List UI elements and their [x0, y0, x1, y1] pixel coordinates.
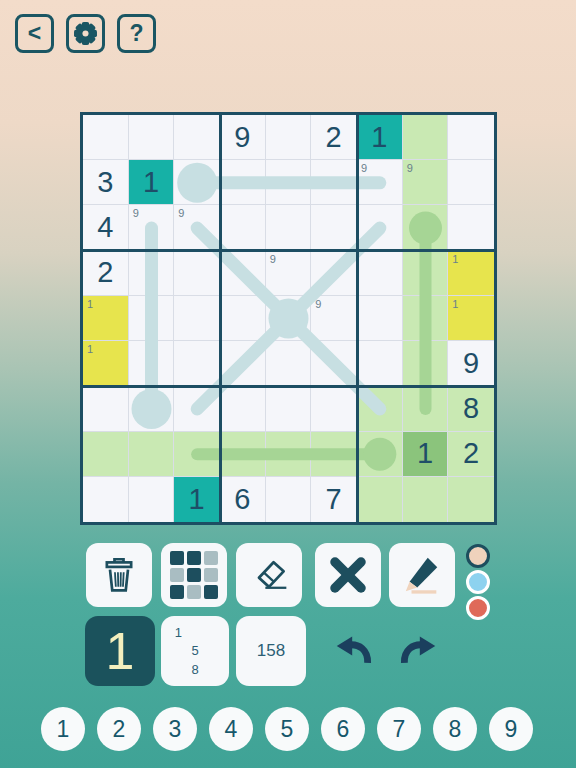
candidate-digit: [203, 623, 220, 642]
candidate-digit: [203, 660, 220, 679]
cell-r2c6[interactable]: [311, 160, 357, 205]
help-icon: ?: [129, 20, 143, 47]
cell-r9c1[interactable]: [83, 477, 129, 522]
cell-r4c9[interactable]: 1: [448, 251, 494, 296]
board-cells: 921319949929119119812167: [83, 115, 494, 522]
cell-r1c7[interactable]: 1: [357, 115, 403, 160]
cell-r6c9[interactable]: 9: [448, 341, 494, 386]
numpad-8[interactable]: 8: [433, 707, 477, 751]
cell-r1c6[interactable]: 2: [311, 115, 357, 160]
redo-arrow-icon: [398, 634, 438, 668]
combo-button[interactable]: 158: [236, 616, 306, 686]
cell-r4c2[interactable]: [129, 251, 175, 296]
cell-r8c9[interactable]: 2: [448, 432, 494, 477]
sudoku-board[interactable]: 921319949929119119812167: [80, 112, 497, 525]
given-digit: 9: [234, 121, 250, 154]
pencil-mark: 1: [87, 298, 93, 310]
pencil-mark: 1: [452, 298, 458, 310]
cell-r3c2[interactable]: 9: [129, 205, 175, 250]
cell-r2c7[interactable]: 9: [357, 160, 403, 205]
cell-r9c9[interactable]: [448, 477, 494, 522]
cell-r9c3[interactable]: 1: [174, 477, 220, 522]
cell-r2c9[interactable]: [448, 160, 494, 205]
cell-r8c8[interactable]: 1: [403, 432, 449, 477]
cell-r1c4[interactable]: 9: [220, 115, 266, 160]
candidates-grid: 158: [161, 616, 229, 686]
cell-r6c6[interactable]: [311, 341, 357, 386]
cell-r2c2[interactable]: 1: [129, 160, 175, 205]
cell-r2c3[interactable]: [174, 160, 220, 205]
cell-r7c1[interactable]: [83, 386, 129, 431]
cell-r6c5[interactable]: [266, 341, 312, 386]
cell-r3c8[interactable]: [403, 205, 449, 250]
cell-r6c4[interactable]: [220, 341, 266, 386]
cell-r8c6[interactable]: [311, 432, 357, 477]
cell-r9c2[interactable]: [129, 477, 175, 522]
candidate-digit: [203, 642, 220, 661]
gear-icon: [72, 20, 99, 47]
pen-icon: [401, 554, 443, 596]
cell-r1c8[interactable]: [403, 115, 449, 160]
given-digit: 3: [97, 166, 113, 199]
pencil-mark: 9: [407, 162, 413, 174]
pencil-mark: 9: [133, 207, 139, 219]
cell-r7c8[interactable]: [403, 386, 449, 431]
cell-r3c6[interactable]: [311, 205, 357, 250]
numpad-5[interactable]: 5: [265, 707, 309, 751]
cell-r8c4[interactable]: [220, 432, 266, 477]
blue-dot[interactable]: [466, 570, 490, 594]
cell-r5c5[interactable]: [266, 296, 312, 341]
eraser-button[interactable]: [236, 543, 302, 607]
cell-r1c5[interactable]: [266, 115, 312, 160]
coral-dot[interactable]: [466, 596, 490, 620]
numpad-9[interactable]: 9: [489, 707, 533, 751]
numpad-1[interactable]: 1: [41, 707, 85, 751]
cell-r5c2[interactable]: [129, 296, 175, 341]
cell-r5c6[interactable]: 9: [311, 296, 357, 341]
cell-r5c8[interactable]: [403, 296, 449, 341]
cell-r6c7[interactable]: [357, 341, 403, 386]
cell-r1c2[interactable]: [129, 115, 175, 160]
given-digit: 4: [97, 211, 113, 244]
grid-icon-square: [170, 568, 184, 582]
given-digit: 9: [463, 347, 479, 380]
given-digit: 1: [143, 166, 159, 199]
cell-r7c9[interactable]: 8: [448, 386, 494, 431]
grid-icon-square: [204, 585, 218, 599]
given-digit: 1: [417, 437, 433, 470]
given-digit: 8: [463, 392, 479, 425]
cell-r4c1[interactable]: 2: [83, 251, 129, 296]
undo-button[interactable]: [334, 634, 374, 668]
pen-button[interactable]: [389, 543, 455, 607]
cell-r3c1[interactable]: 4: [83, 205, 129, 250]
undo-arrow-icon: [334, 634, 374, 668]
cell-r6c8[interactable]: [403, 341, 449, 386]
cell-r5c3[interactable]: [174, 296, 220, 341]
grid-icon: [170, 551, 218, 599]
grid-icon-square: [187, 585, 201, 599]
cross-button[interactable]: [315, 543, 381, 607]
cell-r4c6[interactable]: [311, 251, 357, 296]
cell-r7c7[interactable]: [357, 386, 403, 431]
cell-r5c9[interactable]: 1: [448, 296, 494, 341]
cell-r9c4[interactable]: 6: [220, 477, 266, 522]
grid-icon-square: [204, 551, 218, 565]
cell-r8c7[interactable]: [357, 432, 403, 477]
delete-button[interactable]: [86, 543, 152, 607]
pencil-mark: 9: [270, 253, 276, 265]
cell-r8c1[interactable]: [83, 432, 129, 477]
pencil-mark: 1: [87, 343, 93, 355]
pencil-mark: 9: [361, 162, 367, 174]
numpad-4[interactable]: 4: [209, 707, 253, 751]
cell-r5c1[interactable]: 1: [83, 296, 129, 341]
cell-r7c6[interactable]: [311, 386, 357, 431]
numpad-6[interactable]: 6: [321, 707, 365, 751]
cell-r4c3[interactable]: [174, 251, 220, 296]
cell-r7c2[interactable]: [129, 386, 175, 431]
given-digit: 1: [189, 483, 205, 516]
pencil-mark: 9: [178, 207, 184, 219]
back-icon: <: [28, 20, 41, 47]
cell-r9c8[interactable]: [403, 477, 449, 522]
cell-r2c1[interactable]: 3: [83, 160, 129, 205]
cell-r3c9[interactable]: [448, 205, 494, 250]
cell-r3c3[interactable]: 9: [174, 205, 220, 250]
cell-r3c5[interactable]: [266, 205, 312, 250]
cell-r3c7[interactable]: [357, 205, 403, 250]
pencil-mark: 9: [315, 298, 321, 310]
cell-r1c9[interactable]: [448, 115, 494, 160]
cell-r9c6[interactable]: 7: [311, 477, 357, 522]
candidate-digit: 8: [187, 660, 204, 679]
cell-r1c1[interactable]: [83, 115, 129, 160]
peach-dot[interactable]: [466, 544, 490, 568]
cell-r4c5[interactable]: 9: [266, 251, 312, 296]
numpad-3[interactable]: 3: [153, 707, 197, 751]
selected-digit-label: 1: [106, 621, 135, 681]
given-digit: 2: [326, 121, 342, 154]
cell-r5c7[interactable]: [357, 296, 403, 341]
candidate-digit: [187, 623, 204, 642]
eraser-icon: [248, 555, 290, 595]
given-digit: 1: [371, 121, 387, 154]
color-grid-button[interactable]: [161, 543, 227, 607]
cell-r7c4[interactable]: [220, 386, 266, 431]
cell-r2c5[interactable]: [266, 160, 312, 205]
back-button[interactable]: <: [15, 14, 54, 53]
grid-icon-square: [204, 568, 218, 582]
cell-r8c5[interactable]: [266, 432, 312, 477]
given-digit: 2: [463, 437, 479, 470]
given-digit: 7: [326, 483, 342, 516]
redo-button[interactable]: [398, 634, 438, 668]
cell-r5c4[interactable]: [220, 296, 266, 341]
grid-icon-square: [187, 568, 201, 582]
candidate-digit: 5: [187, 642, 204, 661]
cell-r8c2[interactable]: [129, 432, 175, 477]
cell-r2c4[interactable]: [220, 160, 266, 205]
candidate-digit: [170, 660, 187, 679]
cell-r4c8[interactable]: [403, 251, 449, 296]
grid-icon-square: [187, 551, 201, 565]
cell-r6c2[interactable]: [129, 341, 175, 386]
cell-r4c4[interactable]: [220, 251, 266, 296]
cell-r6c1[interactable]: 1: [83, 341, 129, 386]
given-digit: 2: [97, 256, 113, 289]
cross-icon: [328, 555, 368, 595]
cell-r9c7[interactable]: [357, 477, 403, 522]
grid-icon-square: [170, 585, 184, 599]
cell-r7c5[interactable]: [266, 386, 312, 431]
settings-button[interactable]: [66, 14, 105, 53]
trash-icon: [101, 555, 137, 595]
numpad-2[interactable]: 2: [97, 707, 141, 751]
candidates-button[interactable]: 158: [161, 616, 229, 686]
cell-r9c5[interactable]: [266, 477, 312, 522]
pencil-mark: 1: [452, 253, 458, 265]
help-button[interactable]: ?: [117, 14, 156, 53]
cell-r3c4[interactable]: [220, 205, 266, 250]
cell-r6c3[interactable]: [174, 341, 220, 386]
selected-digit-button[interactable]: 1: [85, 616, 155, 686]
numpad-7[interactable]: 7: [377, 707, 421, 751]
cell-r1c3[interactable]: [174, 115, 220, 160]
combo-label: 158: [257, 641, 285, 661]
cell-r7c3[interactable]: [174, 386, 220, 431]
given-digit: 6: [234, 483, 250, 516]
candidate-digit: 1: [170, 623, 187, 642]
cell-r2c8[interactable]: 9: [403, 160, 449, 205]
cell-r8c3[interactable]: [174, 432, 220, 477]
candidate-digit: [170, 642, 187, 661]
cell-r4c7[interactable]: [357, 251, 403, 296]
grid-icon-square: [170, 551, 184, 565]
